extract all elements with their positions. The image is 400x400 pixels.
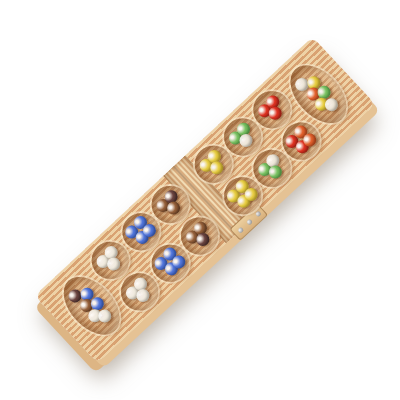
product-photo-scene <box>0 0 400 400</box>
hinge-screw-icon <box>254 210 261 217</box>
hinge-screw-icon <box>245 219 252 226</box>
mancala-board <box>35 37 376 363</box>
hinge-screw-icon <box>236 227 243 234</box>
